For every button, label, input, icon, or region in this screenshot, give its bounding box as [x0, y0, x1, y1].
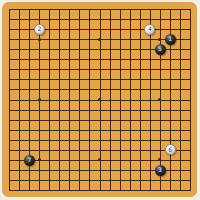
intersection[interactable]: [34, 115, 44, 125]
intersection[interactable]: [65, 34, 75, 44]
intersection[interactable]: [165, 165, 175, 175]
intersection[interactable]: [4, 185, 14, 195]
intersection[interactable]: [145, 105, 155, 115]
intersection[interactable]: [185, 14, 195, 24]
intersection[interactable]: [175, 105, 185, 115]
intersection[interactable]: [95, 14, 105, 24]
intersection[interactable]: [95, 4, 105, 14]
intersection[interactable]: [125, 65, 135, 75]
intersection[interactable]: [165, 24, 175, 34]
intersection[interactable]: [95, 115, 105, 125]
intersection[interactable]: [34, 4, 44, 14]
intersection[interactable]: [14, 115, 24, 125]
intersection[interactable]: [65, 155, 75, 165]
intersection[interactable]: [65, 75, 75, 85]
intersection[interactable]: [44, 145, 54, 155]
intersection[interactable]: [165, 155, 175, 165]
intersection[interactable]: [95, 105, 105, 115]
intersection[interactable]: [44, 65, 54, 75]
intersection[interactable]: [95, 65, 105, 75]
intersection[interactable]: [14, 55, 24, 65]
intersection[interactable]: [4, 105, 14, 115]
intersection[interactable]: [95, 55, 105, 65]
intersection[interactable]: [105, 34, 115, 44]
intersection[interactable]: [34, 95, 44, 105]
intersection[interactable]: [185, 4, 195, 14]
intersection[interactable]: [145, 14, 155, 24]
intersection[interactable]: [14, 135, 24, 145]
intersection[interactable]: [4, 115, 14, 125]
intersection[interactable]: [85, 185, 95, 195]
intersection[interactable]: [125, 95, 135, 105]
intersection[interactable]: [75, 125, 85, 135]
intersection[interactable]: [44, 175, 54, 185]
intersection[interactable]: [85, 165, 95, 175]
intersection[interactable]: [14, 105, 24, 115]
intersection[interactable]: [125, 85, 135, 95]
intersection[interactable]: [115, 24, 125, 34]
intersection[interactable]: [175, 44, 185, 54]
intersection[interactable]: [185, 85, 195, 95]
intersection[interactable]: [115, 4, 125, 14]
intersection[interactable]: [185, 105, 195, 115]
intersection[interactable]: [44, 95, 54, 105]
intersection[interactable]: [34, 165, 44, 175]
intersection[interactable]: [105, 115, 115, 125]
intersection[interactable]: [34, 85, 44, 95]
intersection[interactable]: [105, 75, 115, 85]
intersection[interactable]: [75, 135, 85, 145]
intersection[interactable]: [185, 65, 195, 75]
intersection[interactable]: [55, 65, 65, 75]
intersection[interactable]: [155, 185, 165, 195]
intersection[interactable]: [95, 155, 105, 165]
intersection[interactable]: [75, 155, 85, 165]
intersection[interactable]: [115, 175, 125, 185]
intersection[interactable]: [55, 125, 65, 135]
intersection[interactable]: [175, 14, 185, 24]
intersection[interactable]: 5: [155, 44, 165, 54]
intersection[interactable]: [155, 135, 165, 145]
intersection[interactable]: [125, 145, 135, 155]
intersection[interactable]: [135, 95, 145, 105]
intersection[interactable]: [65, 145, 75, 155]
intersection[interactable]: [185, 165, 195, 175]
intersection[interactable]: [175, 85, 185, 95]
intersection[interactable]: [44, 155, 54, 165]
intersection[interactable]: [85, 85, 95, 95]
intersection[interactable]: [135, 115, 145, 125]
intersection[interactable]: [165, 85, 175, 95]
intersection[interactable]: [135, 165, 145, 175]
intersection[interactable]: [85, 155, 95, 165]
intersection[interactable]: 7: [24, 155, 34, 165]
intersection[interactable]: [145, 75, 155, 85]
intersection[interactable]: [24, 4, 34, 14]
intersection[interactable]: [135, 85, 145, 95]
intersection[interactable]: [125, 4, 135, 14]
intersection[interactable]: [105, 125, 115, 135]
intersection[interactable]: [65, 85, 75, 95]
intersection[interactable]: [65, 185, 75, 195]
intersection[interactable]: 2: [34, 24, 44, 34]
intersection[interactable]: [14, 65, 24, 75]
intersection[interactable]: [145, 44, 155, 54]
intersection[interactable]: [44, 75, 54, 85]
intersection[interactable]: [95, 24, 105, 34]
intersection[interactable]: [24, 44, 34, 54]
intersection[interactable]: [115, 135, 125, 145]
intersection[interactable]: [145, 155, 155, 165]
intersection[interactable]: [85, 4, 95, 14]
intersection[interactable]: [125, 34, 135, 44]
intersection[interactable]: [44, 125, 54, 135]
intersection[interactable]: [105, 44, 115, 54]
intersection[interactable]: [175, 155, 185, 165]
intersection[interactable]: [34, 105, 44, 115]
intersection[interactable]: [155, 85, 165, 95]
intersection[interactable]: [55, 135, 65, 145]
intersection[interactable]: [14, 4, 24, 14]
intersection[interactable]: [185, 75, 195, 85]
intersection[interactable]: [65, 55, 75, 65]
intersection[interactable]: [24, 125, 34, 135]
intersection[interactable]: [165, 175, 175, 185]
intersection[interactable]: [44, 85, 54, 95]
intersection[interactable]: [165, 55, 175, 65]
intersection[interactable]: [44, 135, 54, 145]
intersection[interactable]: [34, 34, 44, 44]
intersection[interactable]: [155, 24, 165, 34]
intersection[interactable]: [14, 24, 24, 34]
intersection[interactable]: [135, 145, 145, 155]
intersection[interactable]: [125, 14, 135, 24]
intersection[interactable]: [24, 135, 34, 145]
intersection[interactable]: [125, 55, 135, 65]
intersection[interactable]: [34, 145, 44, 155]
intersection[interactable]: [65, 4, 75, 14]
intersection[interactable]: [34, 125, 44, 135]
intersection[interactable]: [44, 105, 54, 115]
intersection[interactable]: [175, 95, 185, 105]
intersection[interactable]: [95, 135, 105, 145]
intersection[interactable]: [14, 85, 24, 95]
intersection[interactable]: [24, 105, 34, 115]
intersection[interactable]: [4, 75, 14, 85]
intersection[interactable]: [14, 175, 24, 185]
intersection[interactable]: [55, 185, 65, 195]
intersection[interactable]: [4, 95, 14, 105]
intersection[interactable]: [95, 175, 105, 185]
intersection[interactable]: [135, 75, 145, 85]
intersection[interactable]: [155, 34, 165, 44]
intersection[interactable]: [145, 4, 155, 14]
intersection[interactable]: [175, 185, 185, 195]
intersection[interactable]: [185, 55, 195, 65]
intersection[interactable]: [24, 34, 34, 44]
intersection[interactable]: [55, 145, 65, 155]
intersection[interactable]: [175, 65, 185, 75]
intersection[interactable]: [85, 135, 95, 145]
intersection[interactable]: [145, 125, 155, 135]
intersection[interactable]: [55, 4, 65, 14]
intersection[interactable]: [65, 175, 75, 185]
intersection[interactable]: [4, 14, 14, 24]
intersection[interactable]: [145, 175, 155, 185]
intersection[interactable]: [145, 165, 155, 175]
intersection[interactable]: [185, 34, 195, 44]
intersection[interactable]: [95, 34, 105, 44]
intersection[interactable]: [95, 165, 105, 175]
intersection[interactable]: [95, 75, 105, 85]
intersection[interactable]: [85, 44, 95, 54]
intersection[interactable]: [135, 65, 145, 75]
intersection[interactable]: [175, 145, 185, 155]
intersection[interactable]: [165, 185, 175, 195]
intersection[interactable]: [14, 75, 24, 85]
intersection[interactable]: [145, 55, 155, 65]
intersection[interactable]: [105, 145, 115, 155]
intersection[interactable]: [4, 155, 14, 165]
intersection[interactable]: 6: [165, 145, 175, 155]
intersection[interactable]: [155, 65, 165, 75]
intersection[interactable]: [44, 24, 54, 34]
intersection[interactable]: [44, 44, 54, 54]
intersection[interactable]: [44, 185, 54, 195]
intersection[interactable]: [185, 125, 195, 135]
intersection[interactable]: [14, 185, 24, 195]
intersection[interactable]: [125, 24, 135, 34]
intersection[interactable]: [135, 14, 145, 24]
intersection[interactable]: [145, 34, 155, 44]
intersection[interactable]: [135, 24, 145, 34]
intersection[interactable]: [85, 34, 95, 44]
intersection[interactable]: [4, 85, 14, 95]
intersection[interactable]: [105, 135, 115, 145]
intersection[interactable]: [185, 185, 195, 195]
intersection[interactable]: [55, 75, 65, 85]
intersection[interactable]: [145, 185, 155, 195]
intersection[interactable]: [75, 65, 85, 75]
intersection[interactable]: [125, 155, 135, 165]
intersection[interactable]: [24, 95, 34, 105]
intersection[interactable]: [55, 14, 65, 24]
intersection[interactable]: [75, 115, 85, 125]
intersection[interactable]: [125, 175, 135, 185]
intersection[interactable]: [105, 95, 115, 105]
intersection[interactable]: [125, 105, 135, 115]
intersection[interactable]: [65, 135, 75, 145]
intersection[interactable]: [65, 105, 75, 115]
intersection[interactable]: [175, 115, 185, 125]
intersection[interactable]: [75, 165, 85, 175]
intersection[interactable]: [105, 175, 115, 185]
intersection[interactable]: [175, 135, 185, 145]
intersection[interactable]: [24, 14, 34, 24]
intersection[interactable]: [75, 14, 85, 24]
intersection[interactable]: [175, 24, 185, 34]
intersection[interactable]: [135, 55, 145, 65]
intersection[interactable]: [125, 185, 135, 195]
intersection[interactable]: [185, 24, 195, 34]
intersection[interactable]: 4: [145, 24, 155, 34]
intersection[interactable]: [4, 65, 14, 75]
intersection[interactable]: [165, 44, 175, 54]
intersection[interactable]: [75, 24, 85, 34]
intersection[interactable]: [155, 4, 165, 14]
intersection[interactable]: [14, 14, 24, 24]
intersection[interactable]: [34, 135, 44, 145]
intersection[interactable]: [145, 85, 155, 95]
intersection[interactable]: [135, 34, 145, 44]
intersection[interactable]: [135, 125, 145, 135]
intersection[interactable]: [185, 115, 195, 125]
intersection[interactable]: [165, 115, 175, 125]
intersection[interactable]: [95, 95, 105, 105]
intersection[interactable]: [75, 75, 85, 85]
intersection[interactable]: [24, 175, 34, 185]
intersection[interactable]: [85, 125, 95, 135]
intersection[interactable]: [105, 65, 115, 75]
intersection[interactable]: [115, 55, 125, 65]
intersection[interactable]: [14, 44, 24, 54]
intersection[interactable]: [105, 155, 115, 165]
intersection[interactable]: [135, 185, 145, 195]
intersection[interactable]: [145, 95, 155, 105]
intersection[interactable]: [65, 165, 75, 175]
intersection[interactable]: [85, 65, 95, 75]
intersection[interactable]: [145, 145, 155, 155]
intersection[interactable]: [155, 155, 165, 165]
intersection[interactable]: [165, 75, 175, 85]
intersection[interactable]: [95, 185, 105, 195]
intersection[interactable]: [14, 145, 24, 155]
intersection[interactable]: [165, 135, 175, 145]
intersection[interactable]: [115, 95, 125, 105]
intersection[interactable]: [105, 14, 115, 24]
intersection[interactable]: [34, 55, 44, 65]
intersection[interactable]: [125, 115, 135, 125]
intersection[interactable]: [14, 165, 24, 175]
intersection[interactable]: [75, 105, 85, 115]
intersection[interactable]: [175, 175, 185, 185]
intersection[interactable]: [185, 155, 195, 165]
intersection[interactable]: [185, 135, 195, 145]
intersection[interactable]: [4, 34, 14, 44]
intersection[interactable]: [115, 145, 125, 155]
intersection[interactable]: [24, 115, 34, 125]
intersection[interactable]: [4, 145, 14, 155]
intersection[interactable]: [14, 95, 24, 105]
intersection[interactable]: [75, 175, 85, 185]
intersection[interactable]: [115, 105, 125, 115]
intersection[interactable]: [65, 14, 75, 24]
intersection[interactable]: [24, 75, 34, 85]
intersection[interactable]: [95, 85, 105, 95]
intersection[interactable]: [135, 44, 145, 54]
intersection[interactable]: [135, 155, 145, 165]
intersection[interactable]: [24, 185, 34, 195]
intersection[interactable]: [115, 34, 125, 44]
intersection[interactable]: [115, 65, 125, 75]
intersection[interactable]: [85, 55, 95, 65]
intersection[interactable]: [115, 44, 125, 54]
intersection[interactable]: [44, 165, 54, 175]
intersection[interactable]: [14, 155, 24, 165]
intersection[interactable]: [85, 75, 95, 85]
intersection[interactable]: [85, 14, 95, 24]
intersection[interactable]: [24, 145, 34, 155]
intersection[interactable]: [75, 4, 85, 14]
intersection[interactable]: [24, 55, 34, 65]
intersection[interactable]: [115, 125, 125, 135]
intersection[interactable]: [115, 14, 125, 24]
intersection[interactable]: [185, 145, 195, 155]
intersection[interactable]: [105, 105, 115, 115]
intersection[interactable]: [145, 115, 155, 125]
intersection[interactable]: [165, 105, 175, 115]
intersection[interactable]: [145, 65, 155, 75]
intersection[interactable]: [155, 115, 165, 125]
intersection[interactable]: [85, 175, 95, 185]
intersection[interactable]: [175, 55, 185, 65]
intersection[interactable]: [75, 185, 85, 195]
intersection[interactable]: [135, 4, 145, 14]
intersection[interactable]: [105, 55, 115, 65]
intersection[interactable]: [155, 175, 165, 185]
intersection[interactable]: [115, 115, 125, 125]
intersection[interactable]: [4, 135, 14, 145]
intersection[interactable]: [34, 155, 44, 165]
intersection[interactable]: [155, 14, 165, 24]
intersection[interactable]: [65, 44, 75, 54]
intersection[interactable]: [85, 24, 95, 34]
intersection[interactable]: [155, 55, 165, 65]
intersection[interactable]: [175, 165, 185, 175]
intersection[interactable]: [115, 75, 125, 85]
intersection[interactable]: [24, 85, 34, 95]
intersection[interactable]: [165, 125, 175, 135]
intersection[interactable]: [55, 155, 65, 165]
intersection[interactable]: [14, 125, 24, 135]
intersection[interactable]: [55, 24, 65, 34]
intersection[interactable]: [34, 75, 44, 85]
intersection[interactable]: [115, 85, 125, 95]
intersection[interactable]: [4, 4, 14, 14]
intersection[interactable]: [34, 14, 44, 24]
intersection[interactable]: [65, 65, 75, 75]
intersection[interactable]: [55, 105, 65, 115]
intersection[interactable]: [155, 105, 165, 115]
intersection[interactable]: [175, 75, 185, 85]
intersection[interactable]: [75, 85, 85, 95]
intersection[interactable]: [155, 95, 165, 105]
intersection[interactable]: [125, 44, 135, 54]
intersection[interactable]: [55, 55, 65, 65]
intersection[interactable]: [115, 185, 125, 195]
intersection[interactable]: [85, 95, 95, 105]
intersection[interactable]: [24, 24, 34, 34]
intersection[interactable]: [105, 185, 115, 195]
intersection[interactable]: [85, 105, 95, 115]
intersection[interactable]: [125, 75, 135, 85]
intersection[interactable]: [115, 165, 125, 175]
intersection[interactable]: [185, 95, 195, 105]
intersection[interactable]: [125, 165, 135, 175]
intersection[interactable]: [185, 175, 195, 185]
intersection[interactable]: [75, 95, 85, 105]
intersection[interactable]: [85, 115, 95, 125]
